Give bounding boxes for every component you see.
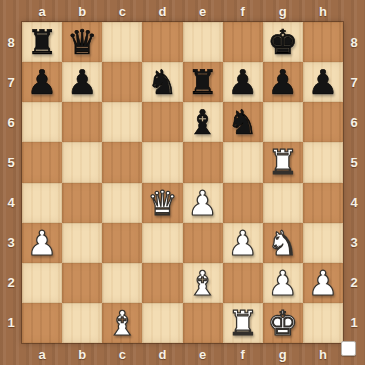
rank-label-right-8: 8 (343, 22, 365, 62)
square-e8[interactable] (183, 22, 223, 62)
square-e1[interactable] (183, 303, 223, 343)
square-f3[interactable]: ♟ (223, 223, 263, 263)
white-knight-g3[interactable]: ♞ (268, 226, 298, 260)
white-bishop-c1[interactable]: ♝ (107, 306, 137, 340)
square-f8[interactable] (223, 22, 263, 62)
black-pawn-b7[interactable]: ♟ (67, 65, 97, 99)
square-e7[interactable]: ♜ (183, 62, 223, 102)
rank-label-left-3: 3 (0, 223, 22, 263)
square-f1[interactable]: ♜ (223, 303, 263, 343)
square-h3[interactable] (303, 223, 343, 263)
square-b1[interactable] (62, 303, 102, 343)
square-f2[interactable] (223, 263, 263, 303)
rank-label-left-2: 2 (0, 263, 22, 303)
square-g2[interactable]: ♟ (263, 263, 303, 303)
square-b2[interactable] (62, 263, 102, 303)
square-b7[interactable]: ♟ (62, 62, 102, 102)
square-d5[interactable] (142, 142, 182, 182)
square-c1[interactable]: ♝ (102, 303, 142, 343)
rank-labels-right: 87654321 (343, 22, 365, 343)
square-c8[interactable] (102, 22, 142, 62)
file-label-bottom-e: e (183, 343, 223, 365)
black-knight-d7[interactable]: ♞ (147, 65, 177, 99)
square-e3[interactable] (183, 223, 223, 263)
rank-label-right-7: 7 (343, 62, 365, 102)
file-label-bottom-h: h (303, 343, 343, 365)
square-h6[interactable] (303, 102, 343, 142)
square-c4[interactable] (102, 183, 142, 223)
square-h2[interactable]: ♟ (303, 263, 343, 303)
square-h7[interactable]: ♟ (303, 62, 343, 102)
file-label-top-g: g (263, 0, 303, 22)
square-c7[interactable] (102, 62, 142, 102)
square-e6[interactable]: ♝ (183, 102, 223, 142)
file-labels-top: abcdefgh (22, 0, 343, 22)
square-h4[interactable] (303, 183, 343, 223)
file-label-top-d: d (142, 0, 182, 22)
black-pawn-g7[interactable]: ♟ (268, 65, 298, 99)
rank-label-right-3: 3 (343, 223, 365, 263)
white-bishop-e2[interactable]: ♝ (187, 266, 217, 300)
square-c2[interactable] (102, 263, 142, 303)
square-a4[interactable] (22, 183, 62, 223)
file-label-bottom-c: c (102, 343, 142, 365)
square-d1[interactable] (142, 303, 182, 343)
square-g8[interactable]: ♚ (263, 22, 303, 62)
file-label-bottom-b: b (62, 343, 102, 365)
square-a1[interactable] (22, 303, 62, 343)
square-e4[interactable]: ♟ (183, 183, 223, 223)
file-label-bottom-f: f (223, 343, 263, 365)
white-rook-g5[interactable]: ♜ (268, 145, 298, 179)
rank-label-left-8: 8 (0, 22, 22, 62)
square-g3[interactable]: ♞ (263, 223, 303, 263)
square-a2[interactable] (22, 263, 62, 303)
file-label-bottom-a: a (22, 343, 62, 365)
black-queen-b8[interactable]: ♛ (67, 25, 97, 59)
square-e5[interactable] (183, 142, 223, 182)
square-d8[interactable] (142, 22, 182, 62)
square-g7[interactable]: ♟ (263, 62, 303, 102)
file-label-top-f: f (223, 0, 263, 22)
file-labels-bottom: abcdefgh (22, 343, 343, 365)
square-b4[interactable] (62, 183, 102, 223)
black-rook-e7[interactable]: ♜ (187, 65, 217, 99)
square-b8[interactable]: ♛ (62, 22, 102, 62)
square-d6[interactable] (142, 102, 182, 142)
board: ♜♛♚♟♟♞♜♟♟♟♝♞♜♛♟♟♟♞♝♟♟♝♜♚ (22, 22, 343, 343)
square-g6[interactable] (263, 102, 303, 142)
square-f4[interactable] (223, 183, 263, 223)
square-g4[interactable] (263, 183, 303, 223)
white-to-move-indicator (341, 341, 356, 356)
square-f6[interactable]: ♞ (223, 102, 263, 142)
square-b6[interactable] (62, 102, 102, 142)
square-b3[interactable] (62, 223, 102, 263)
white-pawn-f3[interactable]: ♟ (227, 226, 257, 260)
square-d3[interactable] (142, 223, 182, 263)
square-g1[interactable]: ♚ (263, 303, 303, 343)
square-e2[interactable]: ♝ (183, 263, 223, 303)
file-label-top-e: e (183, 0, 223, 22)
rank-label-right-4: 4 (343, 183, 365, 223)
white-pawn-h2[interactable]: ♟ (308, 266, 338, 300)
square-a6[interactable] (22, 102, 62, 142)
white-rook-f1[interactable]: ♜ (227, 306, 257, 340)
square-d2[interactable] (142, 263, 182, 303)
rank-label-left-1: 1 (0, 303, 22, 343)
square-h1[interactable] (303, 303, 343, 343)
square-c5[interactable] (102, 142, 142, 182)
white-pawn-g2[interactable]: ♟ (268, 266, 298, 300)
file-label-top-a: a (22, 0, 62, 22)
black-bishop-e6[interactable]: ♝ (187, 105, 217, 139)
white-queen-d4[interactable]: ♛ (147, 186, 177, 220)
chess-board-panel: abcdefgh abcdefgh 87654321 87654321 ♜♛♚♟… (0, 0, 365, 365)
rank-labels-left: 87654321 (0, 22, 22, 343)
square-b5[interactable] (62, 142, 102, 182)
square-h8[interactable] (303, 22, 343, 62)
black-rook-a8[interactable]: ♜ (27, 25, 57, 59)
black-pawn-h7[interactable]: ♟ (308, 65, 338, 99)
square-c3[interactable] (102, 223, 142, 263)
black-pawn-a7[interactable]: ♟ (27, 65, 57, 99)
square-g5[interactable]: ♜ (263, 142, 303, 182)
rank-label-right-5: 5 (343, 142, 365, 182)
black-knight-f6[interactable]: ♞ (227, 105, 257, 139)
white-pawn-e4[interactable]: ♟ (187, 186, 217, 220)
file-label-bottom-d: d (142, 343, 182, 365)
square-f5[interactable] (223, 142, 263, 182)
square-h5[interactable] (303, 142, 343, 182)
square-d4[interactable]: ♛ (142, 183, 182, 223)
square-f7[interactable]: ♟ (223, 62, 263, 102)
square-a7[interactable]: ♟ (22, 62, 62, 102)
file-label-bottom-g: g (263, 343, 303, 365)
square-c6[interactable] (102, 102, 142, 142)
black-king-g8[interactable]: ♚ (268, 25, 298, 59)
rank-label-left-5: 5 (0, 142, 22, 182)
black-pawn-f7[interactable]: ♟ (227, 65, 257, 99)
rank-label-left-6: 6 (0, 102, 22, 142)
file-label-top-b: b (62, 0, 102, 22)
white-pawn-a3[interactable]: ♟ (27, 226, 57, 260)
rank-label-right-2: 2 (343, 263, 365, 303)
square-d7[interactable]: ♞ (142, 62, 182, 102)
square-a5[interactable] (22, 142, 62, 182)
rank-label-right-1: 1 (343, 303, 365, 343)
file-label-top-h: h (303, 0, 343, 22)
rank-label-left-4: 4 (0, 183, 22, 223)
white-king-g1[interactable]: ♚ (268, 306, 298, 340)
file-label-top-c: c (102, 0, 142, 22)
square-a8[interactable]: ♜ (22, 22, 62, 62)
rank-label-right-6: 6 (343, 102, 365, 142)
rank-label-left-7: 7 (0, 62, 22, 102)
square-a3[interactable]: ♟ (22, 223, 62, 263)
